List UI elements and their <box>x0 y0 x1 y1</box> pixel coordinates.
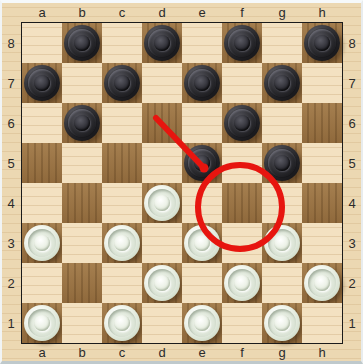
file-label-bottom-d: d <box>142 344 182 361</box>
square-a4[interactable] <box>22 183 62 223</box>
square-b6[interactable] <box>62 103 102 143</box>
checkers-app-window: abcdefgh abcdefgh 87654321 87654321 <box>0 0 363 364</box>
file-label-top-a: a <box>22 4 62 21</box>
rank-label-right-7: 7 <box>343 63 361 103</box>
square-f4[interactable] <box>222 183 262 223</box>
square-h5[interactable] <box>302 143 342 183</box>
square-g7[interactable] <box>262 63 302 103</box>
square-c8[interactable] <box>102 23 142 63</box>
rank-labels-left: 87654321 <box>2 23 20 343</box>
square-d2[interactable] <box>142 263 182 303</box>
square-e1[interactable] <box>182 303 222 343</box>
rank-label-left-4: 4 <box>2 183 20 223</box>
file-label-top-h: h <box>302 4 342 21</box>
light-checker-h2[interactable] <box>304 265 340 301</box>
square-b3[interactable] <box>62 223 102 263</box>
square-e6[interactable] <box>182 103 222 143</box>
rank-label-right-5: 5 <box>343 143 361 183</box>
dark-checker-c7[interactable] <box>104 65 140 101</box>
dark-checker-e5[interactable] <box>184 145 220 181</box>
rank-label-left-3: 3 <box>2 223 20 263</box>
square-g1[interactable] <box>262 303 302 343</box>
file-label-top-c: c <box>102 4 142 21</box>
rank-label-left-1: 1 <box>2 303 20 343</box>
light-checker-e1[interactable] <box>184 305 220 341</box>
dark-checker-a7[interactable] <box>24 65 60 101</box>
square-h4[interactable] <box>302 183 342 223</box>
light-checker-e3[interactable] <box>184 225 220 261</box>
square-c4[interactable] <box>102 183 142 223</box>
square-g8[interactable] <box>262 23 302 63</box>
square-a1[interactable] <box>22 303 62 343</box>
rank-label-right-4: 4 <box>343 183 361 223</box>
rank-label-left-5: 5 <box>2 143 20 183</box>
light-checker-g1[interactable] <box>264 305 300 341</box>
square-d3[interactable] <box>142 223 182 263</box>
dark-checker-g7[interactable] <box>264 65 300 101</box>
square-a5[interactable] <box>22 143 62 183</box>
square-e3[interactable] <box>182 223 222 263</box>
file-label-bottom-c: c <box>102 344 142 361</box>
light-checker-a3[interactable] <box>24 225 60 261</box>
square-f1[interactable] <box>222 303 262 343</box>
file-label-top-b: b <box>62 4 102 21</box>
square-b4[interactable] <box>62 183 102 223</box>
square-d7[interactable] <box>142 63 182 103</box>
file-label-top-e: e <box>182 4 222 21</box>
checkers-board <box>21 22 343 344</box>
square-d5[interactable] <box>142 143 182 183</box>
square-d6[interactable] <box>142 103 182 143</box>
rank-label-right-6: 6 <box>343 103 361 143</box>
square-c2[interactable] <box>102 263 142 303</box>
dark-checker-b6[interactable] <box>64 105 100 141</box>
square-f7[interactable] <box>222 63 262 103</box>
file-label-bottom-h: h <box>302 344 342 361</box>
square-g2[interactable] <box>262 263 302 303</box>
square-d8[interactable] <box>142 23 182 63</box>
file-label-top-f: f <box>222 4 262 21</box>
file-labels-bottom: abcdefgh <box>22 344 342 361</box>
dark-checker-f6[interactable] <box>224 105 260 141</box>
square-e5[interactable] <box>182 143 222 183</box>
square-b7[interactable] <box>62 63 102 103</box>
square-h7[interactable] <box>302 63 342 103</box>
square-a8[interactable] <box>22 23 62 63</box>
square-e8[interactable] <box>182 23 222 63</box>
square-c5[interactable] <box>102 143 142 183</box>
dark-checker-b8[interactable] <box>64 25 100 61</box>
rank-labels-right: 87654321 <box>343 23 361 343</box>
file-label-top-d: d <box>142 4 182 21</box>
square-f8[interactable] <box>222 23 262 63</box>
square-e7[interactable] <box>182 63 222 103</box>
file-label-bottom-a: a <box>22 344 62 361</box>
light-checker-c1[interactable] <box>104 305 140 341</box>
light-checker-a1[interactable] <box>24 305 60 341</box>
light-checker-d2[interactable] <box>144 265 180 301</box>
square-f5[interactable] <box>222 143 262 183</box>
rank-label-left-2: 2 <box>2 263 20 303</box>
square-c1[interactable] <box>102 303 142 343</box>
square-g3[interactable] <box>262 223 302 263</box>
dark-checker-g5[interactable] <box>264 145 300 181</box>
square-h8[interactable] <box>302 23 342 63</box>
rank-label-left-6: 6 <box>2 103 20 143</box>
square-a3[interactable] <box>22 223 62 263</box>
file-label-bottom-b: b <box>62 344 102 361</box>
rank-label-right-1: 1 <box>343 303 361 343</box>
square-d1[interactable] <box>142 303 182 343</box>
dark-checker-f8[interactable] <box>224 25 260 61</box>
file-label-bottom-f: f <box>222 344 262 361</box>
rank-label-left-8: 8 <box>2 23 20 63</box>
light-checker-c3[interactable] <box>104 225 140 261</box>
file-label-bottom-g: g <box>262 344 302 361</box>
rank-label-right-2: 2 <box>343 263 361 303</box>
square-e4[interactable] <box>182 183 222 223</box>
light-checker-d4[interactable] <box>144 185 180 221</box>
file-label-top-g: g <box>262 4 302 21</box>
square-f2[interactable] <box>222 263 262 303</box>
dark-checker-e7[interactable] <box>184 65 220 101</box>
rank-label-right-3: 3 <box>343 223 361 263</box>
square-a6[interactable] <box>22 103 62 143</box>
square-h1[interactable] <box>302 303 342 343</box>
file-label-bottom-e: e <box>182 344 222 361</box>
square-e2[interactable] <box>182 263 222 303</box>
square-a2[interactable] <box>22 263 62 303</box>
square-b8[interactable] <box>62 23 102 63</box>
rank-label-right-8: 8 <box>343 23 361 63</box>
square-g5[interactable] <box>262 143 302 183</box>
square-c7[interactable] <box>102 63 142 103</box>
square-b1[interactable] <box>62 303 102 343</box>
square-a7[interactable] <box>22 63 62 103</box>
square-g4[interactable] <box>262 183 302 223</box>
light-checker-g3[interactable] <box>264 225 300 261</box>
square-c6[interactable] <box>102 103 142 143</box>
square-h3[interactable] <box>302 223 342 263</box>
square-f3[interactable] <box>222 223 262 263</box>
dark-checker-d8[interactable] <box>144 25 180 61</box>
square-f6[interactable] <box>222 103 262 143</box>
square-h6[interactable] <box>302 103 342 143</box>
dark-checker-h8[interactable] <box>304 25 340 61</box>
square-c3[interactable] <box>102 223 142 263</box>
file-labels-top: abcdefgh <box>22 4 342 21</box>
square-b2[interactable] <box>62 263 102 303</box>
square-b5[interactable] <box>62 143 102 183</box>
square-d4[interactable] <box>142 183 182 223</box>
light-checker-f2[interactable] <box>224 265 260 301</box>
square-g6[interactable] <box>262 103 302 143</box>
square-h2[interactable] <box>302 263 342 303</box>
rank-label-left-7: 7 <box>2 63 20 103</box>
